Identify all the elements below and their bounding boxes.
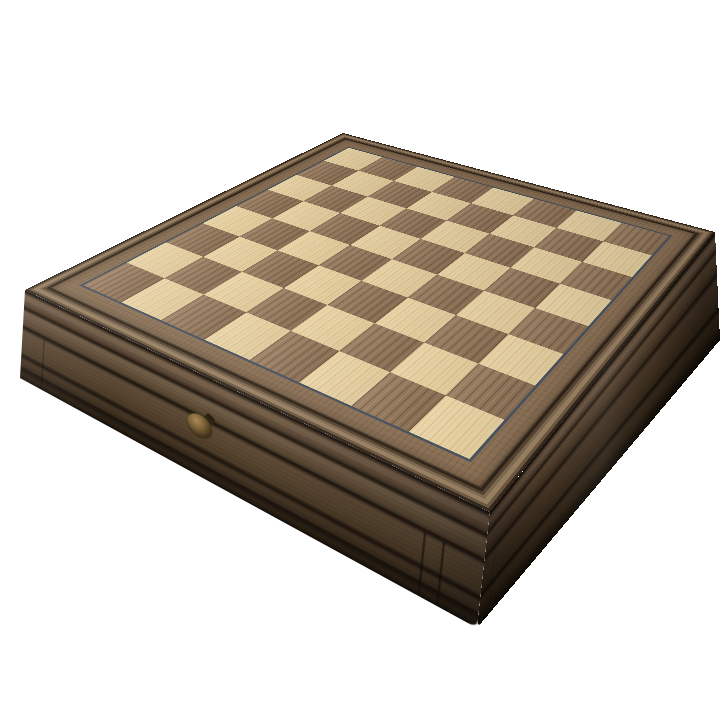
corner-block-seam xyxy=(436,542,445,607)
right-corner-seam xyxy=(488,546,496,615)
drawer-seam-right xyxy=(417,532,426,597)
drawer-knob xyxy=(186,404,217,448)
drawer-seam-left xyxy=(41,339,45,390)
chess-box-scene xyxy=(0,0,728,728)
